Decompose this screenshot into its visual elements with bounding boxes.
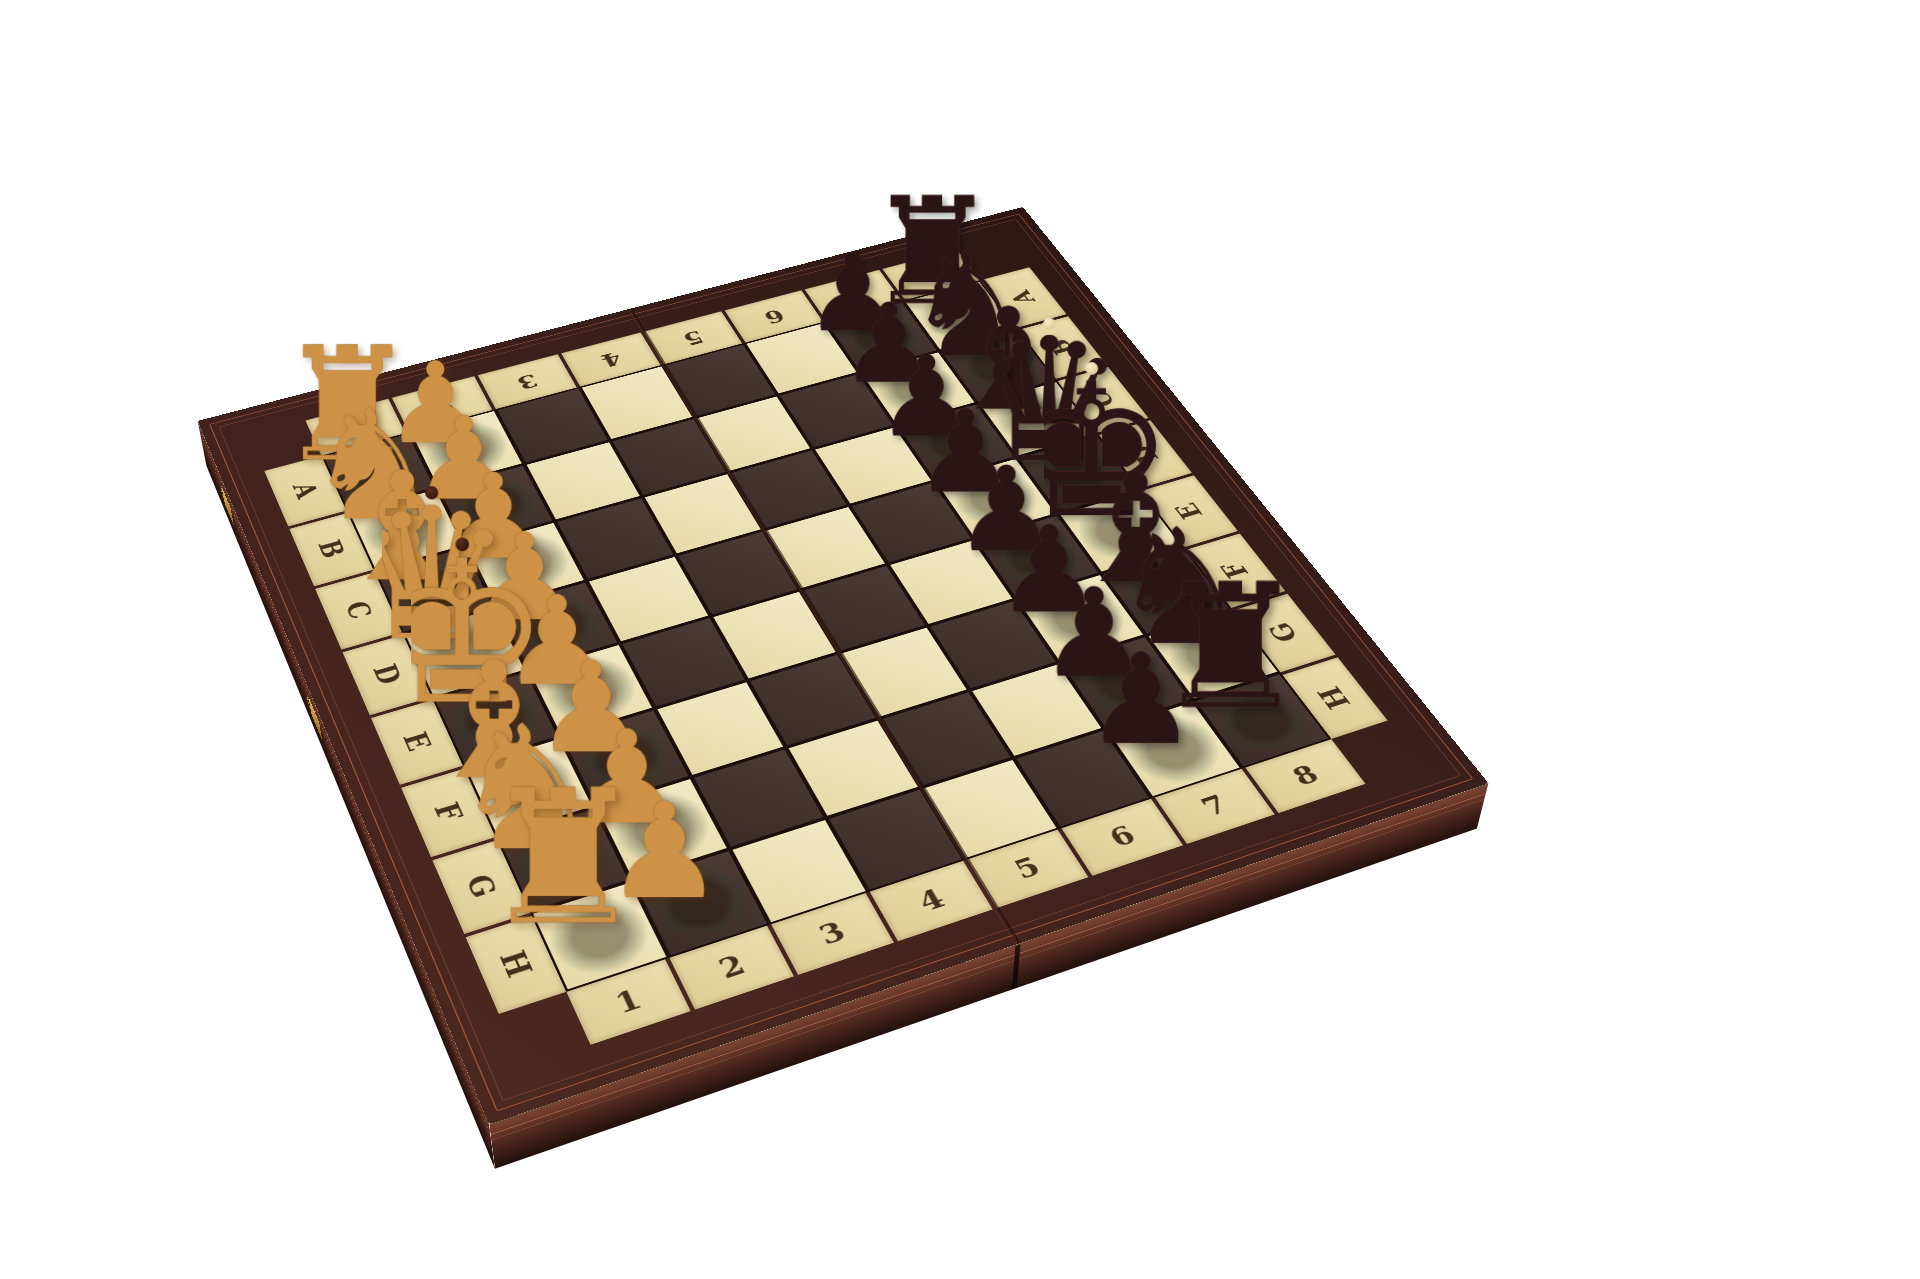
dark-finial-knob	[455, 538, 469, 552]
brass-clasp	[308, 696, 322, 741]
piece-black-pawn-h7[interactable]: ♟	[1090, 633, 1192, 758]
black-pawn-icon: ♟	[1085, 640, 1197, 759]
fold-seam-side	[1012, 944, 1021, 989]
brass-clasp	[221, 486, 234, 527]
dark-finial-knob	[425, 486, 438, 499]
light-finial-knob	[1085, 362, 1098, 375]
product-photo-scene: ABCDEFGH ABCDEFGH 87654321 87654321 ♜♞♝♛…	[0, 0, 1920, 1279]
light-finial-knob	[1043, 318, 1055, 330]
white-rook-icon: ♜	[480, 771, 646, 947]
chess-board: ABCDEFGH ABCDEFGH 87654321 87654321 ♜♞♝♛…	[198, 207, 1489, 1125]
piece-white-rook-h1[interactable]: ♜	[509, 761, 618, 947]
